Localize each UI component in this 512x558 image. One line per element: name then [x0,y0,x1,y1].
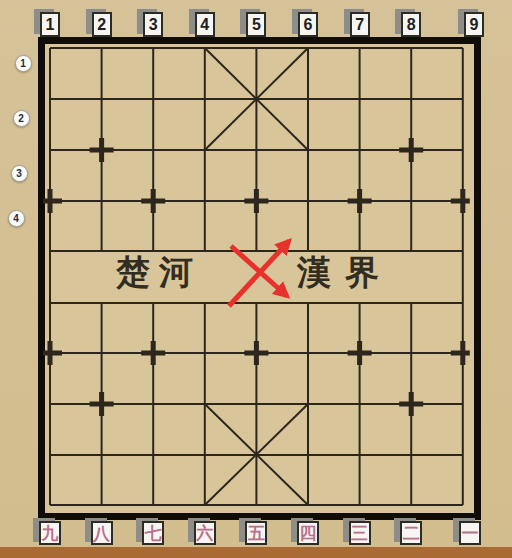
file-key-top-9[interactable]: 9 [464,12,484,37]
point-r3-c7[interactable] [334,124,386,175]
rank-badge-label: 4 [13,213,19,224]
file-key-top-2[interactable]: 2 [92,12,112,37]
file-key-bottom-4[interactable]: 六 [194,521,216,545]
rank-badge-label: 1 [20,58,26,69]
point-r7-c6[interactable] [282,327,334,378]
file-key-label: 5 [252,16,261,34]
point-r3-c1[interactable] [24,124,76,175]
point-r9-c9[interactable] [437,429,489,480]
point-r6-c4[interactable] [179,277,231,328]
point-r9-c8[interactable] [385,429,437,480]
point-r2-c2[interactable] [76,73,128,124]
point-r5-c4[interactable] [179,226,231,277]
file-key-label: 五 [248,522,265,545]
file-key-top-3[interactable]: 3 [143,12,163,37]
point-r2-c4[interactable] [179,73,231,124]
file-key-label: 八 [93,522,110,545]
file-key-label: 8 [407,16,416,34]
point-r2-c8[interactable] [385,73,437,124]
point-r5-c6[interactable] [282,226,334,277]
file-key-label: 三 [351,522,368,545]
point-r7-c7[interactable] [334,327,386,378]
file-key-label: 四 [300,522,317,545]
point-r6-c6[interactable] [282,277,334,328]
point-r2-c6[interactable] [282,73,334,124]
point-r3-c9[interactable] [437,124,489,175]
file-key-label: 9 [470,16,479,34]
rank-badge-3: 3 [11,165,28,182]
point-r9-c5[interactable] [231,429,283,480]
file-key-label: 二 [403,522,420,545]
file-key-bottom-8[interactable]: 二 [400,521,422,545]
file-key-top-1[interactable]: 1 [40,12,60,37]
point-r9-c4[interactable] [179,429,231,480]
point-r6-c9[interactable] [437,277,489,328]
point-r3-c3[interactable] [127,124,179,175]
rank-badge-4: 4 [8,210,25,227]
point-r7-c1[interactable] [24,327,76,378]
point-r8-c1[interactable] [24,378,76,429]
file-key-bottom-6[interactable]: 四 [297,521,319,545]
point-r6-c2[interactable] [76,277,128,328]
point-r3-c2[interactable] [76,124,128,175]
point-r5-c1[interactable] [24,226,76,277]
point-r7-c4[interactable] [179,327,231,378]
file-key-label: 6 [304,16,313,34]
table-edge-strip [0,547,512,558]
point-r5-c9[interactable] [437,226,489,277]
file-key-bottom-2[interactable]: 八 [91,521,113,545]
file-key-label: 一 [462,522,479,545]
point-r6-c8[interactable] [385,277,437,328]
file-key-label: 七 [145,522,162,545]
point-r2-c3[interactable] [127,73,179,124]
file-key-bottom-3[interactable]: 七 [142,521,164,545]
point-r8-c6[interactable] [282,378,334,429]
point-r4-c3[interactable] [127,175,179,226]
point-r4-c7[interactable] [334,175,386,226]
rank-badge-1: 1 [15,55,32,72]
point-r9-c7[interactable] [334,429,386,480]
point-r6-c1[interactable] [24,277,76,328]
point-r6-c3[interactable] [127,277,179,328]
point-r3-c4[interactable] [179,124,231,175]
point-r4-c2[interactable] [76,175,128,226]
point-r8-c5[interactable] [231,378,283,429]
file-key-bottom-5[interactable]: 五 [245,521,267,545]
point-r4-c5[interactable] [231,175,283,226]
rank-badge-2: 2 [13,110,30,127]
point-r8-c2[interactable] [76,378,128,429]
point-r4-c8[interactable] [385,175,437,226]
file-key-bottom-1[interactable]: 九 [39,521,61,545]
point-r3-c5[interactable] [231,124,283,175]
point-r9-c1[interactable] [24,429,76,480]
point-r9-c3[interactable] [127,429,179,480]
point-r4-c1[interactable] [24,175,76,226]
point-r5-c7[interactable] [334,226,386,277]
file-key-bottom-9[interactable]: 一 [459,521,481,545]
file-key-top-8[interactable]: 8 [401,12,421,37]
file-key-top-4[interactable]: 4 [195,12,215,37]
rank-badge-label: 2 [18,113,24,124]
point-r8-c7[interactable] [334,378,386,429]
point-r4-c9[interactable] [437,175,489,226]
point-r2-c1[interactable] [24,73,76,124]
point-r6-c5[interactable] [231,277,283,328]
point-r7-c5[interactable] [231,327,283,378]
point-r5-c3[interactable] [127,226,179,277]
point-r9-c2[interactable] [76,429,128,480]
point-r3-c6[interactable] [282,124,334,175]
file-key-label: 3 [149,16,158,34]
board-intersections [24,23,488,531]
point-r7-c2[interactable] [76,327,128,378]
file-key-label: 九 [42,522,59,545]
file-key-top-5[interactable]: 5 [246,12,266,37]
file-key-label: 4 [200,16,209,34]
point-r8-c3[interactable] [127,378,179,429]
point-r7-c9[interactable] [437,327,489,378]
point-r2-c9[interactable] [437,73,489,124]
point-r8-c8[interactable] [385,378,437,429]
point-r6-c7[interactable] [334,277,386,328]
file-key-label: 1 [46,16,55,34]
point-r5-c5[interactable] [231,226,283,277]
file-key-label: 六 [196,522,213,545]
xiangqi-app: 楚河 漢界 123456789 九八七六五四三二一 1234 [0,0,512,558]
file-key-top-6[interactable]: 6 [298,12,318,37]
file-key-top-7[interactable]: 7 [350,12,370,37]
point-r5-c2[interactable] [76,226,128,277]
file-key-label: 7 [355,16,364,34]
file-key-label: 2 [97,16,106,34]
point-r8-c4[interactable] [179,378,231,429]
point-r4-c6[interactable] [282,175,334,226]
point-r5-c8[interactable] [385,226,437,277]
point-r9-c6[interactable] [282,429,334,480]
rank-badge-label: 3 [16,168,22,179]
point-r7-c3[interactable] [127,327,179,378]
point-r8-c9[interactable] [437,378,489,429]
point-r3-c8[interactable] [385,124,437,175]
point-r2-c7[interactable] [334,73,386,124]
file-key-bottom-7[interactable]: 三 [349,521,371,545]
point-r4-c4[interactable] [179,175,231,226]
point-r2-c5[interactable] [231,73,283,124]
point-r7-c8[interactable] [385,327,437,378]
